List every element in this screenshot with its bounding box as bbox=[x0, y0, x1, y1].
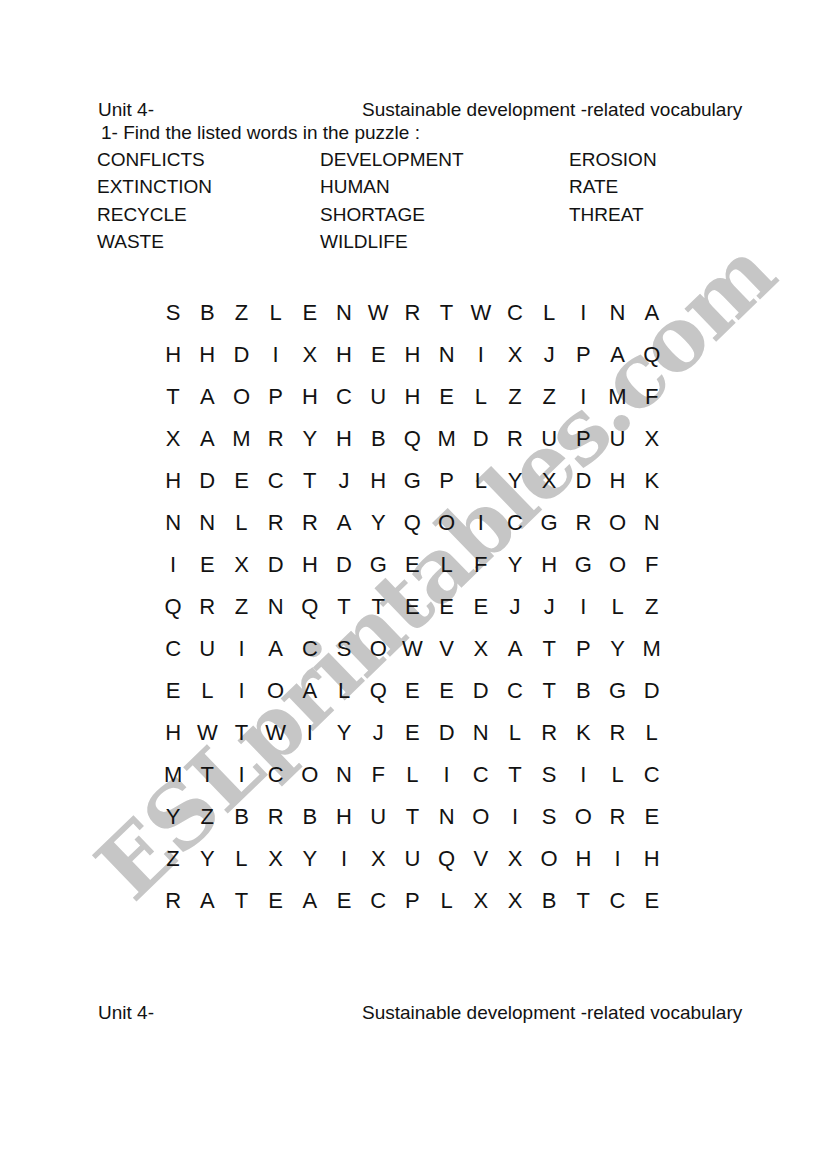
grid-cell-r5-c5: T bbox=[293, 460, 327, 502]
word-list: CONFLICTSDEVELOPMENTEROSIONEXTINCTIONHUM… bbox=[97, 149, 657, 259]
grid-cell-r5-c4: C bbox=[259, 460, 293, 502]
grid-cell-r8-c13: I bbox=[566, 586, 600, 628]
grid-cell-r5-c1: H bbox=[156, 460, 190, 502]
grid-cell-r12-c5: O bbox=[293, 754, 327, 796]
grid-cell-r4-c13: P bbox=[566, 418, 600, 460]
word-list-item-waste: WASTE bbox=[97, 231, 320, 258]
grid-cell-r12-c10: C bbox=[464, 754, 498, 796]
word-list-item-rate: RATE bbox=[569, 176, 657, 203]
grid-cell-r9-c5: C bbox=[293, 628, 327, 670]
grid-cell-r8-c1: Q bbox=[156, 586, 190, 628]
grid-cell-r11-c11: L bbox=[498, 712, 532, 754]
grid-cell-r2-c13: P bbox=[566, 334, 600, 376]
grid-cell-r2-c7: E bbox=[361, 334, 395, 376]
grid-cell-r8-c4: N bbox=[259, 586, 293, 628]
grid-cell-r14-c2: Y bbox=[190, 838, 224, 880]
grid-cell-r14-c9: Q bbox=[430, 838, 464, 880]
grid-cell-r4-c9: M bbox=[430, 418, 464, 460]
grid-cell-r9-c13: P bbox=[566, 628, 600, 670]
worksheet-page: ESLprintables.com Unit 4- Sustainable de… bbox=[0, 0, 826, 1169]
grid-cell-r13-c12: S bbox=[532, 796, 566, 838]
grid-cell-r6-c1: N bbox=[156, 502, 190, 544]
grid-cell-r2-c6: H bbox=[327, 334, 361, 376]
grid-cell-r1-c2: B bbox=[190, 292, 224, 334]
grid-cell-r13-c8: T bbox=[395, 796, 429, 838]
grid-cell-r15-c15: E bbox=[635, 880, 669, 922]
grid-cell-r1-c6: N bbox=[327, 292, 361, 334]
grid-cell-r11-c9: D bbox=[430, 712, 464, 754]
grid-cell-r5-c10: L bbox=[464, 460, 498, 502]
grid-cell-r5-c14: H bbox=[600, 460, 634, 502]
grid-cell-r3-c10: L bbox=[464, 376, 498, 418]
grid-cell-r1-c13: I bbox=[566, 292, 600, 334]
word-list-item-human: HUMAN bbox=[320, 176, 569, 203]
grid-cell-r3-c15: F bbox=[635, 376, 669, 418]
grid-cell-r6-c15: N bbox=[635, 502, 669, 544]
word-list-item-development: DEVELOPMENT bbox=[320, 149, 569, 176]
grid-cell-r7-c3: X bbox=[224, 544, 258, 586]
grid-cell-r3-c2: A bbox=[190, 376, 224, 418]
grid-cell-r7-c7: G bbox=[361, 544, 395, 586]
grid-cell-r11-c8: E bbox=[395, 712, 429, 754]
grid-cell-r7-c9: L bbox=[430, 544, 464, 586]
grid-cell-r6-c9: O bbox=[430, 502, 464, 544]
grid-cell-r3-c6: C bbox=[327, 376, 361, 418]
grid-cell-r7-c5: H bbox=[293, 544, 327, 586]
grid-cell-r5-c15: K bbox=[635, 460, 669, 502]
grid-cell-r1-c10: W bbox=[464, 292, 498, 334]
grid-cell-r3-c12: Z bbox=[532, 376, 566, 418]
grid-cell-r10-c5: A bbox=[293, 670, 327, 712]
grid-cell-r15-c3: T bbox=[224, 880, 258, 922]
grid-cell-r15-c2: A bbox=[190, 880, 224, 922]
grid-cell-r13-c7: U bbox=[361, 796, 395, 838]
grid-cell-r4-c6: H bbox=[327, 418, 361, 460]
grid-cell-r10-c14: G bbox=[600, 670, 634, 712]
letter-grid: SBZLENWRTWCLINAHHDIXHEHNIXJPAQTAOPHCUHEL… bbox=[156, 292, 669, 922]
grid-cell-r12-c14: L bbox=[600, 754, 634, 796]
grid-cell-r3-c14: M bbox=[600, 376, 634, 418]
grid-cell-r1-c14: N bbox=[600, 292, 634, 334]
grid-cell-r6-c12: G bbox=[532, 502, 566, 544]
grid-cell-r7-c10: F bbox=[464, 544, 498, 586]
grid-cell-r2-c5: X bbox=[293, 334, 327, 376]
grid-cell-r4-c12: U bbox=[532, 418, 566, 460]
grid-cell-r12-c12: S bbox=[532, 754, 566, 796]
grid-cell-r9-c6: S bbox=[327, 628, 361, 670]
grid-cell-r1-c4: L bbox=[259, 292, 293, 334]
grid-cell-r6-c13: R bbox=[566, 502, 600, 544]
grid-cell-r10-c7: Q bbox=[361, 670, 395, 712]
grid-cell-r4-c3: M bbox=[224, 418, 258, 460]
grid-cell-r5-c3: E bbox=[224, 460, 258, 502]
word-list-item-conflicts: CONFLICTS bbox=[97, 149, 320, 176]
grid-cell-r2-c10: I bbox=[464, 334, 498, 376]
grid-cell-r10-c4: O bbox=[259, 670, 293, 712]
grid-cell-r6-c8: Q bbox=[395, 502, 429, 544]
grid-cell-r5-c11: Y bbox=[498, 460, 532, 502]
footer-unit-label: Unit 4- bbox=[98, 1002, 154, 1024]
grid-cell-r4-c8: Q bbox=[395, 418, 429, 460]
grid-cell-r10-c3: I bbox=[224, 670, 258, 712]
grid-cell-r1-c9: T bbox=[430, 292, 464, 334]
grid-cell-r12-c11: T bbox=[498, 754, 532, 796]
grid-cell-r2-c1: H bbox=[156, 334, 190, 376]
grid-cell-r4-c4: R bbox=[259, 418, 293, 460]
grid-cell-r11-c15: L bbox=[635, 712, 669, 754]
grid-cell-r8-c10: E bbox=[464, 586, 498, 628]
grid-cell-r4-c5: Y bbox=[293, 418, 327, 460]
grid-cell-r5-c12: X bbox=[532, 460, 566, 502]
grid-cell-r9-c15: M bbox=[635, 628, 669, 670]
grid-cell-r4-c2: A bbox=[190, 418, 224, 460]
grid-cell-r4-c10: D bbox=[464, 418, 498, 460]
grid-cell-r8-c2: R bbox=[190, 586, 224, 628]
grid-cell-r4-c1: X bbox=[156, 418, 190, 460]
grid-cell-r14-c13: H bbox=[566, 838, 600, 880]
grid-cell-r15-c8: P bbox=[395, 880, 429, 922]
grid-cell-r12-c4: C bbox=[259, 754, 293, 796]
grid-cell-r9-c10: X bbox=[464, 628, 498, 670]
grid-cell-r5-c13: D bbox=[566, 460, 600, 502]
grid-cell-r4-c15: X bbox=[635, 418, 669, 460]
grid-cell-r9-c4: A bbox=[259, 628, 293, 670]
grid-cell-r14-c10: V bbox=[464, 838, 498, 880]
grid-cell-r11-c6: Y bbox=[327, 712, 361, 754]
grid-cell-r12-c15: C bbox=[635, 754, 669, 796]
grid-cell-r6-c2: N bbox=[190, 502, 224, 544]
grid-cell-r14-c14: I bbox=[600, 838, 634, 880]
grid-cell-r1-c1: S bbox=[156, 292, 190, 334]
grid-cell-r14-c11: X bbox=[498, 838, 532, 880]
grid-cell-r2-c8: H bbox=[395, 334, 429, 376]
grid-cell-r6-c3: L bbox=[224, 502, 258, 544]
grid-cell-r2-c14: A bbox=[600, 334, 634, 376]
grid-cell-r7-c4: D bbox=[259, 544, 293, 586]
grid-cell-r15-c1: R bbox=[156, 880, 190, 922]
grid-cell-r15-c14: C bbox=[600, 880, 634, 922]
grid-cell-r8-c5: Q bbox=[293, 586, 327, 628]
grid-cell-r12-c1: M bbox=[156, 754, 190, 796]
word-list-item-erosion: EROSION bbox=[569, 149, 657, 176]
grid-cell-r2-c2: H bbox=[190, 334, 224, 376]
grid-cell-r12-c6: N bbox=[327, 754, 361, 796]
grid-cell-r9-c11: A bbox=[498, 628, 532, 670]
grid-cell-r14-c15: H bbox=[635, 838, 669, 880]
grid-cell-r3-c7: U bbox=[361, 376, 395, 418]
grid-cell-r9-c8: W bbox=[395, 628, 429, 670]
grid-cell-r12-c13: I bbox=[566, 754, 600, 796]
grid-cell-r13-c15: E bbox=[635, 796, 669, 838]
word-list-item-shortage: SHORTAGE bbox=[320, 204, 569, 231]
grid-cell-r12-c8: L bbox=[395, 754, 429, 796]
grid-cell-r9-c7: O bbox=[361, 628, 395, 670]
grid-cell-r1-c11: C bbox=[498, 292, 532, 334]
word-list-item-threat: THREAT bbox=[569, 204, 657, 231]
grid-cell-r13-c6: H bbox=[327, 796, 361, 838]
grid-cell-r11-c13: K bbox=[566, 712, 600, 754]
grid-cell-r4-c7: B bbox=[361, 418, 395, 460]
grid-cell-r14-c6: I bbox=[327, 838, 361, 880]
grid-cell-r13-c11: I bbox=[498, 796, 532, 838]
grid-cell-r8-c11: J bbox=[498, 586, 532, 628]
grid-cell-r15-c4: E bbox=[259, 880, 293, 922]
grid-cell-r13-c3: B bbox=[224, 796, 258, 838]
grid-cell-r15-c6: E bbox=[327, 880, 361, 922]
grid-cell-r4-c14: U bbox=[600, 418, 634, 460]
grid-cell-r1-c7: W bbox=[361, 292, 395, 334]
grid-cell-r13-c13: O bbox=[566, 796, 600, 838]
grid-cell-r7-c11: Y bbox=[498, 544, 532, 586]
grid-cell-r12-c7: F bbox=[361, 754, 395, 796]
grid-cell-r13-c1: Y bbox=[156, 796, 190, 838]
header-unit-label: Unit 4- bbox=[98, 99, 154, 121]
grid-cell-r13-c4: R bbox=[259, 796, 293, 838]
grid-cell-r7-c1: I bbox=[156, 544, 190, 586]
grid-cell-r6-c5: R bbox=[293, 502, 327, 544]
grid-cell-r15-c9: L bbox=[430, 880, 464, 922]
grid-cell-r6-c14: O bbox=[600, 502, 634, 544]
grid-cell-r5-c9: P bbox=[430, 460, 464, 502]
grid-cell-r8-c14: L bbox=[600, 586, 634, 628]
grid-cell-r8-c8: E bbox=[395, 586, 429, 628]
grid-cell-r13-c2: Z bbox=[190, 796, 224, 838]
grid-cell-r9-c14: Y bbox=[600, 628, 634, 670]
grid-cell-r6-c10: I bbox=[464, 502, 498, 544]
grid-cell-r5-c6: J bbox=[327, 460, 361, 502]
grid-cell-r12-c3: I bbox=[224, 754, 258, 796]
grid-cell-r3-c9: E bbox=[430, 376, 464, 418]
grid-cell-r2-c9: N bbox=[430, 334, 464, 376]
grid-cell-r11-c1: H bbox=[156, 712, 190, 754]
grid-cell-r14-c5: Y bbox=[293, 838, 327, 880]
grid-cell-r11-c12: R bbox=[532, 712, 566, 754]
grid-cell-r10-c6: L bbox=[327, 670, 361, 712]
grid-cell-r10-c15: D bbox=[635, 670, 669, 712]
grid-cell-r15-c10: X bbox=[464, 880, 498, 922]
grid-cell-r9-c1: C bbox=[156, 628, 190, 670]
grid-cell-r7-c14: O bbox=[600, 544, 634, 586]
grid-cell-r15-c13: T bbox=[566, 880, 600, 922]
puzzle-instruction: 1- Find the listed words in the puzzle : bbox=[101, 122, 420, 144]
grid-cell-r10-c2: L bbox=[190, 670, 224, 712]
grid-cell-r14-c7: X bbox=[361, 838, 395, 880]
grid-cell-r11-c14: R bbox=[600, 712, 634, 754]
grid-cell-r1-c3: Z bbox=[224, 292, 258, 334]
grid-cell-r7-c6: D bbox=[327, 544, 361, 586]
grid-cell-r9-c2: U bbox=[190, 628, 224, 670]
grid-cell-r3-c5: H bbox=[293, 376, 327, 418]
grid-cell-r8-c6: T bbox=[327, 586, 361, 628]
grid-cell-r10-c10: D bbox=[464, 670, 498, 712]
grid-cell-r11-c5: I bbox=[293, 712, 327, 754]
grid-cell-r13-c14: R bbox=[600, 796, 634, 838]
grid-cell-r7-c12: H bbox=[532, 544, 566, 586]
grid-cell-r12-c2: T bbox=[190, 754, 224, 796]
grid-cell-r10-c1: E bbox=[156, 670, 190, 712]
grid-cell-r10-c13: B bbox=[566, 670, 600, 712]
grid-cell-r7-c13: G bbox=[566, 544, 600, 586]
grid-cell-r8-c15: Z bbox=[635, 586, 669, 628]
grid-cell-r14-c8: U bbox=[395, 838, 429, 880]
grid-cell-r11-c4: W bbox=[259, 712, 293, 754]
grid-cell-r3-c4: P bbox=[259, 376, 293, 418]
grid-cell-r2-c4: I bbox=[259, 334, 293, 376]
grid-cell-r5-c8: G bbox=[395, 460, 429, 502]
grid-cell-r9-c9: V bbox=[430, 628, 464, 670]
word-list-item-recycle: RECYCLE bbox=[97, 204, 320, 231]
grid-cell-r15-c12: B bbox=[532, 880, 566, 922]
grid-cell-r1-c12: L bbox=[532, 292, 566, 334]
grid-cell-r8-c12: J bbox=[532, 586, 566, 628]
grid-cell-r3-c3: O bbox=[224, 376, 258, 418]
grid-cell-r14-c4: X bbox=[259, 838, 293, 880]
grid-cell-r14-c3: L bbox=[224, 838, 258, 880]
grid-cell-r10-c8: E bbox=[395, 670, 429, 712]
header-title: Sustainable development -related vocabul… bbox=[362, 99, 742, 121]
grid-cell-r2-c15: Q bbox=[635, 334, 669, 376]
grid-cell-r4-c11: R bbox=[498, 418, 532, 460]
grid-cell-r8-c9: E bbox=[430, 586, 464, 628]
grid-cell-r1-c15: A bbox=[635, 292, 669, 334]
grid-cell-r10-c11: C bbox=[498, 670, 532, 712]
grid-cell-r3-c8: H bbox=[395, 376, 429, 418]
grid-cell-r8-c3: Z bbox=[224, 586, 258, 628]
grid-cell-r2-c12: J bbox=[532, 334, 566, 376]
grid-cell-r7-c8: E bbox=[395, 544, 429, 586]
grid-cell-r15-c11: X bbox=[498, 880, 532, 922]
grid-cell-r5-c7: H bbox=[361, 460, 395, 502]
grid-cell-r13-c10: O bbox=[464, 796, 498, 838]
word-list-item-extinction: EXTINCTION bbox=[97, 176, 320, 203]
grid-cell-r3-c11: Z bbox=[498, 376, 532, 418]
grid-cell-r15-c7: C bbox=[361, 880, 395, 922]
grid-cell-r6-c6: A bbox=[327, 502, 361, 544]
grid-cell-r2-c11: X bbox=[498, 334, 532, 376]
grid-cell-r11-c10: N bbox=[464, 712, 498, 754]
word-list-item-wildlife: WILDLIFE bbox=[320, 231, 569, 258]
grid-cell-r1-c8: R bbox=[395, 292, 429, 334]
grid-cell-r9-c12: T bbox=[532, 628, 566, 670]
grid-cell-r11-c7: J bbox=[361, 712, 395, 754]
grid-cell-r12-c9: I bbox=[430, 754, 464, 796]
grid-cell-r5-c2: D bbox=[190, 460, 224, 502]
grid-cell-r14-c1: Z bbox=[156, 838, 190, 880]
grid-cell-r3-c13: I bbox=[566, 376, 600, 418]
footer-title: Sustainable development -related vocabul… bbox=[362, 1002, 742, 1024]
grid-cell-r6-c7: Y bbox=[361, 502, 395, 544]
grid-cell-r6-c4: R bbox=[259, 502, 293, 544]
grid-cell-r7-c2: E bbox=[190, 544, 224, 586]
grid-cell-r1-c5: E bbox=[293, 292, 327, 334]
grid-cell-r3-c1: T bbox=[156, 376, 190, 418]
grid-cell-r2-c3: D bbox=[224, 334, 258, 376]
grid-cell-r14-c12: O bbox=[532, 838, 566, 880]
grid-cell-r11-c2: W bbox=[190, 712, 224, 754]
grid-cell-r7-c15: F bbox=[635, 544, 669, 586]
grid-cell-r10-c9: E bbox=[430, 670, 464, 712]
grid-cell-r8-c7: T bbox=[361, 586, 395, 628]
grid-cell-r11-c3: T bbox=[224, 712, 258, 754]
grid-cell-r13-c9: N bbox=[430, 796, 464, 838]
grid-cell-r9-c3: I bbox=[224, 628, 258, 670]
grid-cell-r15-c5: A bbox=[293, 880, 327, 922]
grid-cell-r13-c5: B bbox=[293, 796, 327, 838]
grid-cell-r10-c12: T bbox=[532, 670, 566, 712]
grid-cell-r6-c11: C bbox=[498, 502, 532, 544]
